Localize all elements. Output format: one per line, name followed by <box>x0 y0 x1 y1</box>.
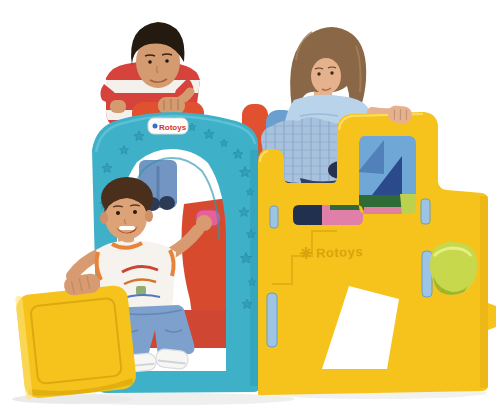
slot-insert-3 <box>421 199 430 224</box>
sneaker-right-body <box>155 348 189 369</box>
window-contents <box>356 132 418 218</box>
embossed-brand-text: Rotoys <box>316 244 364 261</box>
girl-eye-left <box>317 72 320 75</box>
slot-insert-2 <box>267 293 277 347</box>
rotoys-sticker: Rotoys <box>148 118 188 134</box>
girl-eye-right <box>330 71 333 74</box>
slot-insert-4 <box>422 251 432 297</box>
slot-contents <box>292 204 364 226</box>
yellow-door <box>15 284 137 399</box>
print-block <box>136 286 146 295</box>
wall-right-shade <box>480 196 488 388</box>
product-photo: Rotoys <box>0 0 500 420</box>
boy-eye-left <box>148 60 152 64</box>
boy-hand-left <box>110 100 126 113</box>
sticker-star-icon <box>153 124 158 129</box>
toddler-eye-left <box>116 211 120 215</box>
boy-eye-right <box>165 59 169 63</box>
girl-face <box>311 58 341 94</box>
sticker-brand-text: Rotoys <box>159 123 187 132</box>
toddler-ear-left <box>100 212 108 224</box>
slot-platform-edge <box>292 204 324 226</box>
photo-canvas: Rotoys <box>0 0 500 420</box>
toddler-ear-right <box>145 210 153 222</box>
toddler-sneaker-right <box>155 348 189 369</box>
toddler-teeth <box>119 226 135 230</box>
toddler-hand-on-handle <box>196 215 212 231</box>
slot-insert-1 <box>270 206 278 228</box>
boy-shoe-right <box>159 196 175 210</box>
toddler-eye-right <box>133 210 137 214</box>
